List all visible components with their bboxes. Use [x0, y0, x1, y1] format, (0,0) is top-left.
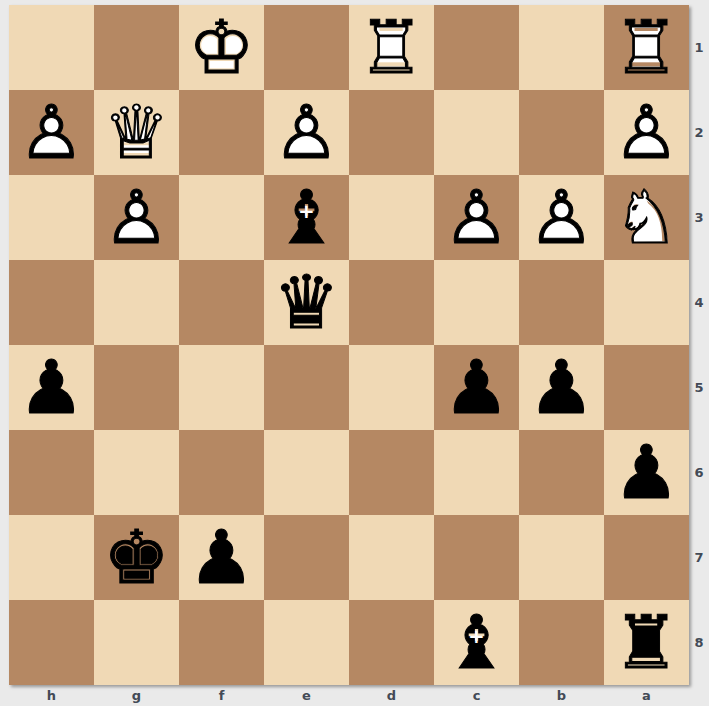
- square-h4[interactable]: [9, 260, 94, 345]
- square-b8[interactable]: [519, 600, 604, 685]
- file-label-f: f: [179, 685, 264, 706]
- black-bishop-c8[interactable]: ♝+: [434, 600, 519, 685]
- square-b2[interactable]: [519, 90, 604, 175]
- square-b6[interactable]: [519, 430, 604, 515]
- square-e4[interactable]: ♛: [264, 260, 349, 345]
- square-d4[interactable]: [349, 260, 434, 345]
- file-label-d: d: [349, 685, 434, 706]
- square-h2[interactable]: ♟♙: [9, 90, 94, 175]
- square-a1[interactable]: ♜♖: [604, 5, 689, 90]
- square-c7[interactable]: [434, 515, 519, 600]
- rank-label-3: 3: [689, 175, 709, 260]
- rank-label-7: 7: [689, 515, 709, 600]
- square-a2[interactable]: ♟♙: [604, 90, 689, 175]
- square-h8[interactable]: [9, 600, 94, 685]
- piece-glyph: ♟: [179, 515, 264, 600]
- square-a6[interactable]: ♟: [604, 430, 689, 515]
- rank-label-6: 6: [689, 430, 709, 515]
- square-f2[interactable]: [179, 90, 264, 175]
- piece-outline-glyph: ♖: [349, 5, 434, 90]
- rank-label-5: 5: [689, 345, 709, 430]
- square-d1[interactable]: ♜♖: [349, 5, 434, 90]
- square-g3[interactable]: ♟♙: [94, 175, 179, 260]
- square-g8[interactable]: [94, 600, 179, 685]
- file-label-b: b: [519, 685, 604, 706]
- black-pawn-a6[interactable]: ♟: [604, 430, 689, 515]
- black-queen-e4[interactable]: ♛: [264, 260, 349, 345]
- square-c4[interactable]: [434, 260, 519, 345]
- rank-label-1: 1: [689, 5, 709, 90]
- square-a8[interactable]: ♜: [604, 600, 689, 685]
- piece-glyph: ♟: [519, 345, 604, 430]
- square-c5[interactable]: ♟: [434, 345, 519, 430]
- piece-outline-glyph: ♖: [604, 5, 689, 90]
- rank-label-2: 2: [689, 90, 709, 175]
- piece-outline-glyph: ♙: [264, 90, 349, 175]
- square-d2[interactable]: [349, 90, 434, 175]
- square-d6[interactable]: [349, 430, 434, 515]
- square-a4[interactable]: [604, 260, 689, 345]
- square-e5[interactable]: [264, 345, 349, 430]
- bishop-cross-detail: +: [264, 201, 349, 221]
- piece-outline-glyph: ♙: [9, 90, 94, 175]
- piece-outline-glyph: ♙: [434, 175, 519, 260]
- square-h7[interactable]: [9, 515, 94, 600]
- square-g1[interactable]: [94, 5, 179, 90]
- square-b3[interactable]: ♟♙: [519, 175, 604, 260]
- square-g6[interactable]: [94, 430, 179, 515]
- white-queen-g2[interactable]: ♛♕: [94, 90, 179, 175]
- black-king-g7[interactable]: ♚: [94, 515, 179, 600]
- file-label-e: e: [264, 685, 349, 706]
- square-a3[interactable]: ♞♘: [604, 175, 689, 260]
- square-a5[interactable]: [604, 345, 689, 430]
- square-b5[interactable]: ♟: [519, 345, 604, 430]
- square-d7[interactable]: [349, 515, 434, 600]
- piece-outline-glyph: ♕: [94, 90, 179, 175]
- square-g5[interactable]: [94, 345, 179, 430]
- white-pawn-h2[interactable]: ♟♙: [9, 90, 94, 175]
- piece-outline-glyph: ♔: [179, 5, 264, 90]
- white-rook-d1[interactable]: ♜♖: [349, 5, 434, 90]
- black-pawn-c5[interactable]: ♟: [434, 345, 519, 430]
- piece-glyph: ♛: [264, 260, 349, 345]
- square-e1[interactable]: [264, 5, 349, 90]
- square-h6[interactable]: [9, 430, 94, 515]
- white-knight-a3[interactable]: ♞♘: [604, 175, 689, 260]
- rank-label-4: 4: [689, 260, 709, 345]
- square-e3[interactable]: ♝+: [264, 175, 349, 260]
- file-label-c: c: [434, 685, 519, 706]
- white-king-f1[interactable]: ♚♔: [179, 5, 264, 90]
- file-labels: hgfedcba: [9, 685, 689, 706]
- square-e8[interactable]: [264, 600, 349, 685]
- piece-glyph: ♚: [94, 515, 179, 600]
- square-d3[interactable]: [349, 175, 434, 260]
- square-b4[interactable]: [519, 260, 604, 345]
- piece-outline-glyph: ♙: [604, 90, 689, 175]
- rank-labels: 12345678: [689, 5, 709, 685]
- bishop-cross-detail: +: [434, 626, 519, 646]
- square-d5[interactable]: [349, 345, 434, 430]
- piece-outline-glyph: ♘: [604, 175, 689, 260]
- chess-board: ♚♔♜♖♜♖♟♙♛♕♟♙♟♙♟♙♝+♟♙♟♙♞♘♛♟♟♟♟♚♟♝+♜: [9, 5, 689, 685]
- white-pawn-c3[interactable]: ♟♙: [434, 175, 519, 260]
- file-label-h: h: [9, 685, 94, 706]
- white-pawn-a2[interactable]: ♟♙: [604, 90, 689, 175]
- square-h3[interactable]: [9, 175, 94, 260]
- square-h1[interactable]: [9, 5, 94, 90]
- square-b7[interactable]: [519, 515, 604, 600]
- black-pawn-b5[interactable]: ♟: [519, 345, 604, 430]
- file-label-a: a: [604, 685, 689, 706]
- piece-glyph: ♜: [604, 600, 689, 685]
- black-rook-a8[interactable]: ♜: [604, 600, 689, 685]
- square-b1[interactable]: [519, 5, 604, 90]
- piece-glyph: ♟: [9, 345, 94, 430]
- square-e7[interactable]: [264, 515, 349, 600]
- white-pawn-b3[interactable]: ♟♙: [519, 175, 604, 260]
- square-f3[interactable]: [179, 175, 264, 260]
- black-pawn-h5[interactable]: ♟: [9, 345, 94, 430]
- piece-outline-glyph: ♙: [519, 175, 604, 260]
- white-rook-a1[interactable]: ♜♖: [604, 5, 689, 90]
- square-h5[interactable]: ♟: [9, 345, 94, 430]
- square-c2[interactable]: [434, 90, 519, 175]
- square-a7[interactable]: [604, 515, 689, 600]
- square-f6[interactable]: [179, 430, 264, 515]
- square-d8[interactable]: [349, 600, 434, 685]
- piece-glyph: ♟: [604, 430, 689, 515]
- square-g7[interactable]: ♚: [94, 515, 179, 600]
- square-e2[interactable]: ♟♙: [264, 90, 349, 175]
- rank-label-8: 8: [689, 600, 709, 685]
- square-c6[interactable]: [434, 430, 519, 515]
- square-c1[interactable]: [434, 5, 519, 90]
- square-c8[interactable]: ♝+: [434, 600, 519, 685]
- square-f5[interactable]: [179, 345, 264, 430]
- black-bishop-e3[interactable]: ♝+: [264, 175, 349, 260]
- piece-glyph: ♟: [434, 345, 519, 430]
- white-pawn-e2[interactable]: ♟♙: [264, 90, 349, 175]
- black-pawn-f7[interactable]: ♟: [179, 515, 264, 600]
- square-g4[interactable]: [94, 260, 179, 345]
- square-f1[interactable]: ♚♔: [179, 5, 264, 90]
- square-c3[interactable]: ♟♙: [434, 175, 519, 260]
- square-g2[interactable]: ♛♕: [94, 90, 179, 175]
- square-f8[interactable]: [179, 600, 264, 685]
- white-pawn-g3[interactable]: ♟♙: [94, 175, 179, 260]
- square-f4[interactable]: [179, 260, 264, 345]
- file-label-g: g: [94, 685, 179, 706]
- square-e6[interactable]: [264, 430, 349, 515]
- square-f7[interactable]: ♟: [179, 515, 264, 600]
- piece-outline-glyph: ♙: [94, 175, 179, 260]
